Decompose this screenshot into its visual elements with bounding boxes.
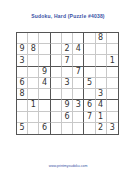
sudoku-cell-r3c9: 1 [107, 55, 118, 66]
sudoku-cell-r3c7 [84, 55, 95, 66]
sudoku-cell-r2c1: 9 [17, 44, 28, 55]
sudoku-cell-r8c5: 6 [62, 112, 73, 123]
sudoku-cell-r7c8: 4 [96, 100, 107, 111]
sudoku-cell-r9c6 [73, 123, 84, 134]
sudoku-cell-r6c3 [39, 89, 50, 100]
sudoku-cell-r6c5 [62, 89, 73, 100]
sudoku-cell-r2c2: 8 [28, 44, 39, 55]
sudoku-cell-r1c9 [107, 33, 118, 44]
sudoku-cell-r4c9 [107, 67, 118, 78]
sudoku-cell-r5c4 [51, 78, 62, 89]
sudoku-cell-r5c5: 3 [62, 78, 73, 89]
sudoku-cell-r7c5: 9 [62, 100, 73, 111]
sudoku-page: Sudoku, Hard (Puzzle #4038) 898243719764… [0, 0, 136, 176]
sudoku-cell-r7c6: 3 [73, 100, 84, 111]
sudoku-cell-r1c1 [17, 33, 28, 44]
sudoku-cell-r3c5: 7 [62, 55, 73, 66]
sudoku-cell-r5c3: 4 [39, 78, 50, 89]
sudoku-cell-r7c4 [51, 100, 62, 111]
sudoku-cell-r7c9 [107, 100, 118, 111]
sudoku-cell-r4c1 [17, 67, 28, 78]
sudoku-cell-r6c6 [73, 89, 84, 100]
sudoku-cell-r1c5 [62, 33, 73, 44]
sudoku-cell-r4c7 [84, 67, 95, 78]
sudoku-cell-r6c8: 3 [96, 89, 107, 100]
sudoku-cell-r9c3: 6 [39, 123, 50, 134]
sudoku-cell-r4c8 [96, 67, 107, 78]
sudoku-cell-r2c3 [39, 44, 50, 55]
sudoku-cell-r2c9 [107, 44, 118, 55]
sudoku-cell-r5c8 [96, 78, 107, 89]
sudoku-cell-r3c4 [51, 55, 62, 66]
sudoku-cell-r6c1: 8 [17, 89, 28, 100]
sudoku-cell-r3c1: 3 [17, 55, 28, 66]
sudoku-cell-r3c6 [73, 55, 84, 66]
sudoku-cell-r6c7 [84, 89, 95, 100]
sudoku-cell-r9c2 [28, 123, 39, 134]
sudoku-cell-r9c5 [62, 123, 73, 134]
sudoku-cell-r5c2 [28, 78, 39, 89]
sudoku-cell-r1c7 [84, 33, 95, 44]
footer-url: www.printmysudoku.com [0, 164, 136, 168]
sudoku-cell-r9c7 [84, 123, 95, 134]
sudoku-cell-r4c4 [51, 67, 62, 78]
sudoku-cell-r2c8 [96, 44, 107, 55]
page-title: Sudoku, Hard (Puzzle #4038) [0, 13, 136, 19]
sudoku-cell-r9c9: 3 [107, 123, 118, 134]
sudoku-cell-r1c2 [28, 33, 39, 44]
sudoku-cell-r8c9 [107, 112, 118, 123]
sudoku-cell-r8c2 [28, 112, 39, 123]
sudoku-cell-r4c2 [28, 67, 39, 78]
sudoku-cell-r8c3 [39, 112, 50, 123]
sudoku-cell-r1c3 [39, 33, 50, 44]
sudoku-cell-r2c7 [84, 44, 95, 55]
sudoku-cell-r5c6 [73, 78, 84, 89]
sudoku-cell-r1c8: 8 [96, 33, 107, 44]
sudoku-cell-r7c3 [39, 100, 50, 111]
sudoku-cell-r2c4 [51, 44, 62, 55]
sudoku-grid: 8982437197643583193646715623 [16, 32, 119, 135]
sudoku-cell-r5c1: 6 [17, 78, 28, 89]
sudoku-cell-r8c1 [17, 112, 28, 123]
sudoku-cell-r4c6: 7 [73, 67, 84, 78]
sudoku-cell-r9c1: 5 [17, 123, 28, 134]
sudoku-cell-r3c2 [28, 55, 39, 66]
sudoku-cell-r9c8: 2 [96, 123, 107, 134]
sudoku-cell-r8c4 [51, 112, 62, 123]
sudoku-cell-r4c5 [62, 67, 73, 78]
sudoku-cell-r6c2 [28, 89, 39, 100]
sudoku-cell-r7c2: 1 [28, 100, 39, 111]
sudoku-cell-r2c6: 4 [73, 44, 84, 55]
sudoku-cell-r1c4 [51, 33, 62, 44]
sudoku-cell-r2c5: 2 [62, 44, 73, 55]
sudoku-cell-r6c9 [107, 89, 118, 100]
sudoku-cell-r5c9 [107, 78, 118, 89]
sudoku-cell-r6c4 [51, 89, 62, 100]
sudoku-cell-r7c7: 6 [84, 100, 95, 111]
sudoku-cell-r8c8: 1 [96, 112, 107, 123]
sudoku-cell-r3c3 [39, 55, 50, 66]
sudoku-cell-r1c6 [73, 33, 84, 44]
sudoku-cell-r9c4 [51, 123, 62, 134]
sudoku-cell-r3c8 [96, 55, 107, 66]
sudoku-cell-r5c7: 5 [84, 78, 95, 89]
sudoku-cell-r7c1 [17, 100, 28, 111]
sudoku-cell-r4c3: 9 [39, 67, 50, 78]
sudoku-cell-r8c7: 7 [84, 112, 95, 123]
sudoku-cell-r8c6 [73, 112, 84, 123]
